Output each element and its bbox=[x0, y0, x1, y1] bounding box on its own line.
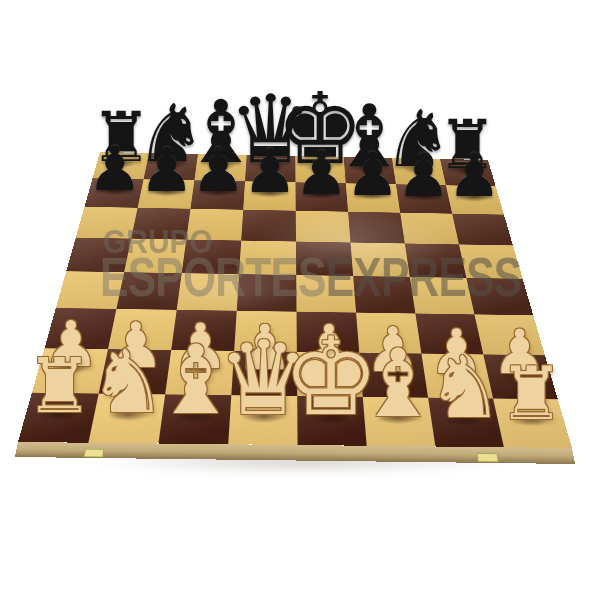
piece-black-pawn-d7[interactable]: ♟ bbox=[243, 141, 297, 202]
piece-white-rook-a1[interactable]: ♜ bbox=[26, 349, 94, 425]
piece-white-rook-h1[interactable]: ♜ bbox=[499, 357, 565, 430]
piece-black-pawn-f7[interactable]: ♟ bbox=[345, 143, 399, 203]
piece-white-knight-g1[interactable]: ♞ bbox=[427, 345, 504, 430]
pieces-layer: ♜♞♝♛♚♝♞♜♟♟♟♟♟♟♟♟♟♟♟♟♟♟♟♟♜♞♝♛♚♝♞♜ bbox=[0, 0, 600, 600]
piece-black-pawn-b7[interactable]: ♟ bbox=[139, 139, 194, 200]
piece-black-pawn-h7[interactable]: ♟ bbox=[447, 146, 501, 206]
product-photo-scene: ♜♞♝♛♚♝♞♜♟♟♟♟♟♟♟♟♟♟♟♟♟♟♟♟♜♞♝♛♚♝♞♜ GRUPO E… bbox=[0, 0, 600, 600]
piece-black-pawn-e7[interactable]: ♟ bbox=[294, 142, 348, 203]
piece-black-pawn-c7[interactable]: ♟ bbox=[191, 140, 246, 201]
piece-black-pawn-a7[interactable]: ♟ bbox=[87, 138, 142, 199]
piece-black-pawn-g7[interactable]: ♟ bbox=[397, 145, 451, 205]
